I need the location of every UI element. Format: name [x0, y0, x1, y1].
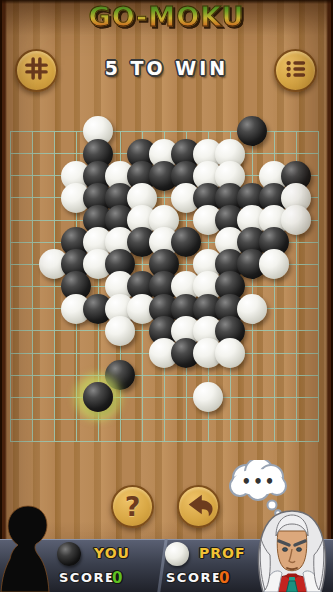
board-settings-button[interactable]: [15, 49, 58, 92]
intersection[interactable]: [109, 430, 131, 452]
intersection[interactable]: [87, 342, 109, 364]
intersection[interactable]: [263, 253, 285, 275]
intersection[interactable]: [219, 364, 241, 386]
intersection[interactable]: [21, 231, 43, 253]
intersection[interactable]: [21, 298, 43, 320]
gomoku-board[interactable]: [0, 120, 329, 452]
intersection[interactable]: [153, 386, 175, 408]
intersection[interactable]: [43, 364, 65, 386]
intersection[interactable]: [43, 143, 65, 165]
intersection[interactable]: [263, 430, 285, 452]
gomoku-app: GO-MOKU 5 TO WIN ?: [0, 0, 333, 592]
intersection[interactable]: [65, 408, 87, 430]
intersection[interactable]: [241, 386, 263, 408]
intersection[interactable]: [131, 386, 153, 408]
intersection[interactable]: [175, 430, 197, 452]
intersection[interactable]: [197, 408, 219, 430]
intersection[interactable]: [21, 209, 43, 231]
intersection[interactable]: [109, 386, 131, 408]
intersection[interactable]: [175, 408, 197, 430]
intersection[interactable]: [285, 275, 307, 297]
intersection[interactable]: [43, 408, 65, 430]
undo-arrow-icon: [184, 491, 214, 523]
intersection[interactable]: [219, 430, 241, 452]
intersection[interactable]: [241, 320, 263, 342]
intersection[interactable]: [285, 120, 307, 142]
opponent-name-label: PROF: [199, 545, 246, 561]
board-grid-icon: [23, 55, 50, 86]
intersection[interactable]: [43, 342, 65, 364]
intersection[interactable]: [241, 408, 263, 430]
intersection[interactable]: [285, 231, 307, 253]
intersection[interactable]: [21, 408, 43, 430]
intersection[interactable]: [263, 120, 285, 142]
intersection[interactable]: [21, 143, 43, 165]
intersection[interactable]: [197, 430, 219, 452]
intersection[interactable]: [87, 408, 109, 430]
intersection[interactable]: [43, 430, 65, 452]
intersection[interactable]: [87, 386, 109, 408]
intersection[interactable]: [87, 430, 109, 452]
intersection[interactable]: [109, 364, 131, 386]
app-title: GO-MOKU: [0, 1, 333, 32]
intersection[interactable]: [65, 320, 87, 342]
opponent-avatar-professor: [252, 505, 333, 592]
intersection[interactable]: [65, 430, 87, 452]
intersection[interactable]: [285, 342, 307, 364]
thought-bubble-text: •••: [228, 473, 290, 491]
intersection[interactable]: [263, 275, 285, 297]
menu-list-icon: [283, 56, 309, 86]
intersection[interactable]: [263, 342, 285, 364]
intersection[interactable]: [263, 364, 285, 386]
intersection[interactable]: [241, 342, 263, 364]
player-avatar-silhouette: [0, 498, 118, 592]
intersection[interactable]: [263, 298, 285, 320]
intersection[interactable]: [43, 320, 65, 342]
intersection[interactable]: [285, 386, 307, 408]
intersection[interactable]: [263, 408, 285, 430]
intersection[interactable]: [131, 408, 153, 430]
intersection[interactable]: [197, 386, 219, 408]
intersection[interactable]: [241, 143, 263, 165]
intersection[interactable]: [21, 386, 43, 408]
intersection[interactable]: [21, 120, 43, 142]
intersection[interactable]: [153, 364, 175, 386]
intersection[interactable]: [285, 430, 307, 452]
intersection[interactable]: [65, 364, 87, 386]
intersection[interactable]: [131, 364, 153, 386]
intersection[interactable]: [43, 386, 65, 408]
intersection[interactable]: [109, 320, 131, 342]
top-edge-shadow: [0, 0, 333, 4]
intersection[interactable]: [21, 165, 43, 187]
intersection[interactable]: [241, 430, 263, 452]
intersection[interactable]: [241, 364, 263, 386]
intersection[interactable]: [175, 364, 197, 386]
menu-button[interactable]: [274, 49, 317, 92]
intersection[interactable]: [43, 209, 65, 231]
undo-button[interactable]: [177, 485, 220, 528]
intersection[interactable]: [153, 408, 175, 430]
intersection[interactable]: [285, 364, 307, 386]
opponent-score-value: 0: [219, 569, 229, 587]
question-icon: ?: [125, 493, 141, 520]
intersection[interactable]: [21, 187, 43, 209]
intersection[interactable]: [43, 120, 65, 142]
intersection[interactable]: [109, 120, 131, 142]
intersection[interactable]: [109, 408, 131, 430]
intersection[interactable]: [241, 298, 263, 320]
intersection[interactable]: [263, 386, 285, 408]
intersection[interactable]: [219, 342, 241, 364]
intersection[interactable]: [285, 209, 307, 231]
intersection[interactable]: [21, 430, 43, 452]
intersection[interactable]: [285, 408, 307, 430]
intersection[interactable]: [263, 320, 285, 342]
intersection[interactable]: [219, 386, 241, 408]
opponent-score-label: SCORE: [166, 570, 222, 585]
intersection[interactable]: [21, 342, 43, 364]
intersection[interactable]: [21, 364, 43, 386]
intersection[interactable]: [65, 342, 87, 364]
intersection[interactable]: [285, 320, 307, 342]
white-stone-icon: [165, 542, 189, 566]
intersection[interactable]: [131, 430, 153, 452]
intersection[interactable]: [21, 320, 43, 342]
intersection[interactable]: [241, 120, 263, 142]
intersection[interactable]: [153, 430, 175, 452]
right-edge-shadow: [326, 0, 333, 592]
intersection[interactable]: [219, 408, 241, 430]
intersection[interactable]: [21, 275, 43, 297]
intersection[interactable]: [285, 298, 307, 320]
intersection[interactable]: [175, 231, 197, 253]
intersection[interactable]: [285, 253, 307, 275]
